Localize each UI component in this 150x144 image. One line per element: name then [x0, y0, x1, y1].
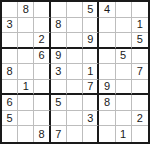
cell-r1c7[interactable]: 4 [99, 2, 115, 18]
cell-r3c9[interactable]: 5 [132, 33, 148, 49]
cell-r1c5[interactable] [67, 2, 83, 18]
cell-r7c8[interactable] [116, 95, 132, 111]
cell-r3c1[interactable] [2, 33, 18, 49]
cell-r1c8[interactable] [116, 2, 132, 18]
cell-r6c4[interactable] [51, 80, 67, 96]
cell-r8c8[interactable] [116, 111, 132, 127]
cell-r4c9[interactable] [132, 49, 148, 65]
cell-r6c1[interactable] [2, 80, 18, 96]
cell-r1c9[interactable] [132, 2, 148, 18]
cell-r5c4[interactable]: 3 [51, 64, 67, 80]
sudoku-board: 8543812956958317179658532871 [0, 0, 150, 144]
cell-r2c1[interactable]: 3 [2, 18, 18, 34]
cell-r4c6[interactable] [83, 49, 99, 65]
cell-r3c5[interactable] [67, 33, 83, 49]
cell-r5c9[interactable]: 7 [132, 64, 148, 80]
cell-r7c6[interactable] [83, 95, 99, 111]
cell-r7c7[interactable]: 8 [99, 95, 115, 111]
cell-r7c9[interactable] [132, 95, 148, 111]
cell-r3c3[interactable]: 2 [34, 33, 50, 49]
cell-r4c3[interactable]: 6 [34, 49, 50, 65]
cell-r4c4[interactable]: 9 [51, 49, 67, 65]
cell-r5c5[interactable] [67, 64, 83, 80]
cell-r2c4[interactable]: 8 [51, 18, 67, 34]
cell-r2c8[interactable] [116, 18, 132, 34]
cell-r8c4[interactable] [51, 111, 67, 127]
cell-r9c6[interactable] [83, 126, 99, 142]
cell-r8c2[interactable] [18, 111, 34, 127]
cell-r5c2[interactable] [18, 64, 34, 80]
cell-r2c7[interactable] [99, 18, 115, 34]
cell-r4c1[interactable] [2, 49, 18, 65]
cell-r6c3[interactable] [34, 80, 50, 96]
cell-r3c7[interactable] [99, 33, 115, 49]
cell-r9c7[interactable] [99, 126, 115, 142]
cell-r4c7[interactable] [99, 49, 115, 65]
cell-r4c5[interactable] [67, 49, 83, 65]
cell-r1c3[interactable] [34, 2, 50, 18]
cell-r8c7[interactable] [99, 111, 115, 127]
cell-r6c2[interactable]: 1 [18, 80, 34, 96]
cell-r9c1[interactable] [2, 126, 18, 142]
cell-r5c1[interactable]: 8 [2, 64, 18, 80]
cell-r4c2[interactable] [18, 49, 34, 65]
cell-r7c5[interactable] [67, 95, 83, 111]
cell-r7c3[interactable] [34, 95, 50, 111]
cell-r9c2[interactable] [18, 126, 34, 142]
cell-r5c8[interactable] [116, 64, 132, 80]
cell-r9c9[interactable] [132, 126, 148, 142]
cell-r9c5[interactable] [67, 126, 83, 142]
cell-r1c1[interactable] [2, 2, 18, 18]
cell-r2c6[interactable] [83, 18, 99, 34]
cell-r4c8[interactable]: 5 [116, 49, 132, 65]
cell-r6c6[interactable]: 7 [83, 80, 99, 96]
cell-r5c6[interactable]: 1 [83, 64, 99, 80]
cell-r9c8[interactable]: 1 [116, 126, 132, 142]
cell-r2c2[interactable] [18, 18, 34, 34]
cell-r1c4[interactable] [51, 2, 67, 18]
cell-r2c5[interactable] [67, 18, 83, 34]
cell-r1c6[interactable]: 5 [83, 2, 99, 18]
cell-r7c2[interactable] [18, 95, 34, 111]
cell-r7c1[interactable]: 6 [2, 95, 18, 111]
cell-r6c8[interactable] [116, 80, 132, 96]
cell-r5c3[interactable] [34, 64, 50, 80]
cell-r3c2[interactable] [18, 33, 34, 49]
cell-r8c3[interactable] [34, 111, 50, 127]
cell-r6c9[interactable] [132, 80, 148, 96]
cell-r6c5[interactable] [67, 80, 83, 96]
cell-r8c5[interactable] [67, 111, 83, 127]
cell-r6c7[interactable]: 9 [99, 80, 115, 96]
cell-r3c8[interactable] [116, 33, 132, 49]
cell-r5c7[interactable] [99, 64, 115, 80]
cell-r2c3[interactable] [34, 18, 50, 34]
cell-r7c4[interactable]: 5 [51, 95, 67, 111]
cell-r9c4[interactable]: 7 [51, 126, 67, 142]
cell-r2c9[interactable]: 1 [132, 18, 148, 34]
cell-r3c6[interactable]: 9 [83, 33, 99, 49]
cell-r3c4[interactable] [51, 33, 67, 49]
cell-r8c6[interactable]: 3 [83, 111, 99, 127]
cell-r8c1[interactable]: 5 [2, 111, 18, 127]
cell-r8c9[interactable]: 2 [132, 111, 148, 127]
cell-r9c3[interactable]: 8 [34, 126, 50, 142]
cell-r1c2[interactable]: 8 [18, 2, 34, 18]
